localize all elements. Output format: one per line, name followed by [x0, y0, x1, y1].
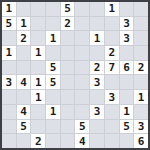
cell-r0c9[interactable] — [134, 2, 148, 16]
cell-r3c1[interactable] — [17, 46, 31, 60]
cell-r9c0[interactable] — [2, 134, 16, 148]
cell-r1c9[interactable] — [134, 17, 148, 31]
cell-r1c3[interactable] — [46, 17, 60, 31]
cell-r2c4[interactable] — [61, 31, 75, 45]
cell-r9c7[interactable] — [105, 134, 119, 148]
cell-r6c6[interactable] — [90, 90, 104, 104]
clue-cell-r2c3: 1 — [46, 31, 60, 45]
cell-r5c8[interactable] — [120, 75, 134, 89]
clue-cell-r9c5: 4 — [75, 134, 89, 148]
cell-r4c0[interactable] — [2, 61, 16, 75]
cell-r1c6[interactable] — [90, 17, 104, 31]
cell-r2c7[interactable] — [105, 31, 119, 45]
cell-r6c1[interactable] — [17, 90, 31, 104]
cell-r0c3[interactable] — [46, 2, 60, 16]
cell-r5c7[interactable] — [105, 75, 119, 89]
cell-r9c6[interactable] — [90, 134, 104, 148]
cell-r4c1[interactable] — [17, 61, 31, 75]
clue-cell-r1c4: 2 — [61, 17, 75, 31]
cell-r6c8[interactable] — [120, 90, 134, 104]
cell-r1c7[interactable] — [105, 17, 119, 31]
clue-cell-r3c7: 2 — [105, 46, 119, 60]
cell-r6c4[interactable] — [61, 90, 75, 104]
cell-r5c4[interactable] — [61, 75, 75, 89]
clue-cell-r2c8: 3 — [120, 31, 134, 45]
clue-cell-r4c8: 6 — [120, 61, 134, 75]
cell-r9c3[interactable] — [46, 134, 60, 148]
cell-r0c2[interactable] — [31, 2, 45, 16]
cell-r7c5[interactable] — [75, 105, 89, 119]
clue-cell-r2c1: 2 — [17, 31, 31, 45]
cell-r9c1[interactable] — [17, 134, 31, 148]
clue-cell-r9c2: 2 — [31, 134, 45, 148]
clue-cell-r4c6: 2 — [90, 61, 104, 75]
cell-r6c5[interactable] — [75, 90, 89, 104]
clue-cell-r8c9: 3 — [134, 120, 148, 134]
cell-r0c1[interactable] — [17, 2, 31, 16]
cell-r1c5[interactable] — [75, 17, 89, 31]
cell-r7c0[interactable] — [2, 105, 16, 119]
clue-cell-r6c2: 1 — [31, 90, 45, 104]
cell-r8c6[interactable] — [90, 120, 104, 134]
clue-cell-r4c3: 5 — [46, 61, 60, 75]
clue-cell-r7c1: 4 — [17, 105, 31, 119]
clue-cell-r4c7: 7 — [105, 61, 119, 75]
clue-cell-r8c5: 5 — [75, 120, 89, 134]
clue-cell-r5c6: 3 — [90, 75, 104, 89]
clue-cell-r7c3: 1 — [46, 105, 60, 119]
cell-r3c9[interactable] — [134, 46, 148, 60]
clue-cell-r5c2: 1 — [31, 75, 45, 89]
cell-r7c7[interactable] — [105, 105, 119, 119]
cell-r2c0[interactable] — [2, 31, 16, 45]
clue-cell-r4c9: 2 — [134, 61, 148, 75]
clue-cell-r2c6: 1 — [90, 31, 104, 45]
clue-cell-r5c0: 3 — [2, 75, 16, 89]
cell-r3c6[interactable] — [90, 46, 104, 60]
clue-cell-r9c9: 6 — [134, 134, 148, 148]
cell-r2c9[interactable] — [134, 31, 148, 45]
cell-r9c8[interactable] — [120, 134, 134, 148]
clue-cell-r7c8: 1 — [120, 105, 134, 119]
cell-r5c5[interactable] — [75, 75, 89, 89]
cell-r4c4[interactable] — [61, 61, 75, 75]
cell-r6c3[interactable] — [46, 90, 60, 104]
clue-cell-r5c3: 5 — [46, 75, 60, 89]
clue-cell-r7c6: 3 — [90, 105, 104, 119]
cell-r0c5[interactable] — [75, 2, 89, 16]
cell-r3c5[interactable] — [75, 46, 89, 60]
clue-cell-r6c9: 1 — [134, 90, 148, 104]
cell-r2c5[interactable] — [75, 31, 89, 45]
cell-r1c2[interactable] — [31, 17, 45, 31]
cell-r2c2[interactable] — [31, 31, 45, 45]
cell-r8c7[interactable] — [105, 120, 119, 134]
cell-r7c4[interactable] — [61, 105, 75, 119]
cell-r4c5[interactable] — [75, 61, 89, 75]
clue-cell-r5c1: 4 — [17, 75, 31, 89]
cell-r0c6[interactable] — [90, 2, 104, 16]
cell-r6c0[interactable] — [2, 90, 16, 104]
cell-r8c4[interactable] — [61, 120, 75, 134]
cell-r3c4[interactable] — [61, 46, 75, 60]
clue-cell-r6c7: 3 — [105, 90, 119, 104]
clue-cell-r1c8: 3 — [120, 17, 134, 31]
cell-r8c2[interactable] — [31, 120, 45, 134]
cell-r7c2[interactable] — [31, 105, 45, 119]
cell-r5c9[interactable] — [134, 75, 148, 89]
cell-r9c4[interactable] — [61, 134, 75, 148]
clue-cell-r0c7: 1 — [105, 2, 119, 16]
clue-cell-r8c1: 5 — [17, 120, 31, 134]
cell-r7c9[interactable] — [134, 105, 148, 119]
clue-cell-r3c2: 1 — [31, 46, 45, 60]
cell-r3c8[interactable] — [120, 46, 134, 60]
cell-r8c0[interactable] — [2, 120, 16, 134]
cell-r4c2[interactable] — [31, 61, 45, 75]
cell-r8c3[interactable] — [46, 120, 60, 134]
clue-cell-r1c1: 1 — [17, 17, 31, 31]
clue-cell-r3c0: 1 — [2, 46, 16, 60]
puzzle-board: 15151232113112527623415313141315553246 — [0, 0, 150, 150]
cell-r0c8[interactable] — [120, 2, 134, 16]
cell-r3c3[interactable] — [46, 46, 60, 60]
clue-cell-r0c4: 5 — [61, 2, 75, 16]
clue-cell-r8c8: 5 — [120, 120, 134, 134]
clue-cell-r0c0: 1 — [2, 2, 16, 16]
clue-cell-r1c0: 5 — [2, 17, 16, 31]
